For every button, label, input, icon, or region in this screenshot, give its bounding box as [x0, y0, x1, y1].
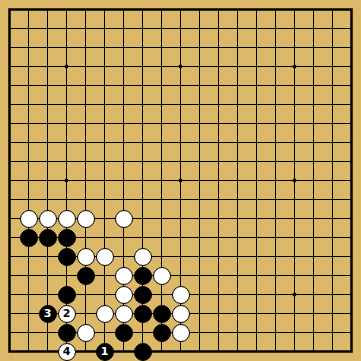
stones-layer: 3241 [0, 0, 361, 361]
stone-black[interactable] [77, 267, 95, 285]
stone-white[interactable] [96, 305, 114, 323]
stone-white[interactable] [39, 210, 57, 228]
stone-white[interactable] [115, 210, 133, 228]
stone-white[interactable] [58, 210, 76, 228]
stone-black[interactable] [115, 324, 133, 342]
stone-white[interactable] [77, 324, 95, 342]
move-number-label: 4 [63, 346, 71, 357]
stone-black-move-1[interactable]: 1 [96, 343, 114, 361]
stone-black[interactable] [153, 324, 171, 342]
stone-black[interactable] [153, 305, 171, 323]
stone-white[interactable] [77, 248, 95, 266]
stone-black[interactable] [39, 229, 57, 247]
stone-black[interactable] [134, 286, 152, 304]
stone-white-move-4[interactable]: 4 [58, 343, 76, 361]
stone-black[interactable] [134, 343, 152, 361]
stone-black[interactable] [58, 324, 76, 342]
move-number-label: 1 [101, 346, 109, 357]
stone-black[interactable] [134, 305, 152, 323]
stone-black-move-3[interactable]: 3 [39, 305, 57, 323]
stone-white[interactable] [96, 248, 114, 266]
stone-white[interactable] [172, 305, 190, 323]
screenshot-root: 3241 [0, 0, 361, 361]
stone-black[interactable] [58, 248, 76, 266]
go-board[interactable]: 3241 [0, 0, 361, 361]
move-number-label: 2 [63, 308, 71, 319]
move-number-label: 3 [44, 308, 52, 319]
stone-white[interactable] [153, 267, 171, 285]
stone-white-move-2[interactable]: 2 [58, 305, 76, 323]
stone-white[interactable] [172, 324, 190, 342]
stone-white[interactable] [172, 286, 190, 304]
stone-black[interactable] [134, 267, 152, 285]
stone-black[interactable] [20, 229, 38, 247]
stone-white[interactable] [115, 267, 133, 285]
stone-white[interactable] [115, 286, 133, 304]
stone-black[interactable] [58, 286, 76, 304]
stone-black[interactable] [58, 229, 76, 247]
stone-white[interactable] [115, 305, 133, 323]
stone-white[interactable] [77, 210, 95, 228]
stone-white[interactable] [20, 210, 38, 228]
stone-white[interactable] [134, 248, 152, 266]
